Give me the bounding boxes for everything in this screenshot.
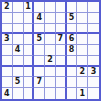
empty-cell-r4c9[interactable] <box>88 34 99 45</box>
empty-cell-r2c8[interactable] <box>77 13 88 24</box>
empty-cell-r2c9[interactable] <box>88 13 99 24</box>
empty-cell-r6c2[interactable] <box>13 56 24 67</box>
empty-cell-r6c4[interactable] <box>34 56 45 67</box>
given-cell-r1c3: 1 <box>24 2 35 13</box>
empty-cell-r5c4[interactable] <box>34 45 45 56</box>
given-cell-r2c7: 5 <box>67 13 78 24</box>
empty-cell-r5c1[interactable] <box>2 45 13 56</box>
empty-cell-r5c9[interactable] <box>88 45 99 56</box>
given-cell-r6c5: 2 <box>45 56 56 67</box>
empty-cell-r8c5[interactable] <box>45 77 56 88</box>
empty-cell-r5c5[interactable] <box>45 45 56 56</box>
empty-cell-r2c5[interactable] <box>45 13 56 24</box>
given-cell-r4c6: 7 <box>56 34 67 45</box>
empty-cell-r1c6[interactable] <box>56 2 67 13</box>
given-cell-r4c7: 6 <box>67 34 78 45</box>
empty-cell-r7c4[interactable] <box>34 67 45 78</box>
empty-cell-r4c2[interactable] <box>13 34 24 45</box>
empty-cell-r1c2[interactable] <box>13 2 24 13</box>
given-cell-r9c8: 1 <box>77 88 88 99</box>
empty-cell-r1c5[interactable] <box>45 2 56 13</box>
empty-cell-r8c8[interactable] <box>77 77 88 88</box>
empty-cell-r9c3[interactable] <box>24 88 35 99</box>
given-cell-r7c9: 3 <box>88 67 99 78</box>
empty-cell-r7c2[interactable] <box>13 67 24 78</box>
empty-cell-r4c3[interactable] <box>24 34 35 45</box>
given-cell-r5c7: 8 <box>67 45 78 56</box>
empty-cell-r9c5[interactable] <box>45 88 56 99</box>
empty-cell-r7c5[interactable] <box>45 67 56 78</box>
empty-cell-r5c8[interactable] <box>77 45 88 56</box>
empty-cell-r4c8[interactable] <box>77 34 88 45</box>
given-cell-r8c4: 7 <box>34 77 45 88</box>
empty-cell-r8c6[interactable] <box>56 77 67 88</box>
empty-cell-r7c7[interactable] <box>67 67 78 78</box>
empty-cell-r6c8[interactable] <box>77 56 88 67</box>
empty-cell-r3c7[interactable] <box>67 24 78 35</box>
empty-cell-r2c3[interactable] <box>24 13 35 24</box>
given-cell-r4c1: 3 <box>2 34 13 45</box>
empty-cell-r5c3[interactable] <box>24 45 35 56</box>
empty-cell-r1c8[interactable] <box>77 2 88 13</box>
empty-cell-r6c3[interactable] <box>24 56 35 67</box>
empty-cell-r6c1[interactable] <box>2 56 13 67</box>
empty-cell-r6c6[interactable] <box>56 56 67 67</box>
empty-cell-r8c3[interactable] <box>24 77 35 88</box>
empty-cell-r9c4[interactable] <box>34 88 45 99</box>
empty-cell-r2c2[interactable] <box>13 13 24 24</box>
empty-cell-r6c9[interactable] <box>88 56 99 67</box>
empty-cell-r3c1[interactable] <box>2 24 13 35</box>
empty-cell-r7c6[interactable] <box>56 67 67 78</box>
empty-cell-r9c7[interactable] <box>67 88 78 99</box>
empty-cell-r3c9[interactable] <box>88 24 99 35</box>
empty-cell-r3c6[interactable] <box>56 24 67 35</box>
given-cell-r8c2: 5 <box>13 77 24 88</box>
empty-cell-r3c8[interactable] <box>77 24 88 35</box>
given-cell-r7c8: 2 <box>77 67 88 78</box>
empty-cell-r1c4[interactable] <box>34 2 45 13</box>
empty-cell-r3c4[interactable] <box>34 24 45 35</box>
empty-cell-r9c2[interactable] <box>13 88 24 99</box>
empty-cell-r1c9[interactable] <box>88 2 99 13</box>
empty-cell-r9c9[interactable] <box>88 88 99 99</box>
given-cell-r4c4: 5 <box>34 34 45 45</box>
empty-cell-r2c6[interactable] <box>56 13 67 24</box>
empty-cell-r5c6[interactable] <box>56 45 67 56</box>
given-cell-r2c4: 4 <box>34 13 45 24</box>
empty-cell-r2c1[interactable] <box>2 13 13 24</box>
empty-cell-r1c7[interactable] <box>67 2 78 13</box>
empty-cell-r3c3[interactable] <box>24 24 35 35</box>
empty-cell-r9c6[interactable] <box>56 88 67 99</box>
empty-cell-r7c3[interactable] <box>24 67 35 78</box>
empty-cell-r6c7[interactable] <box>67 56 78 67</box>
empty-cell-r3c2[interactable] <box>13 24 24 35</box>
given-cell-r5c2: 4 <box>13 45 24 56</box>
empty-cell-r8c9[interactable] <box>88 77 99 88</box>
empty-cell-r8c7[interactable] <box>67 77 78 88</box>
empty-cell-r4c5[interactable] <box>45 34 56 45</box>
given-cell-r9c1: 4 <box>2 88 13 99</box>
given-cell-r1c1: 2 <box>2 2 13 13</box>
sudoku-board: 21453576482235741 <box>0 0 101 101</box>
empty-cell-r7c1[interactable] <box>2 67 13 78</box>
empty-cell-r3c5[interactable] <box>45 24 56 35</box>
empty-cell-r8c1[interactable] <box>2 77 13 88</box>
